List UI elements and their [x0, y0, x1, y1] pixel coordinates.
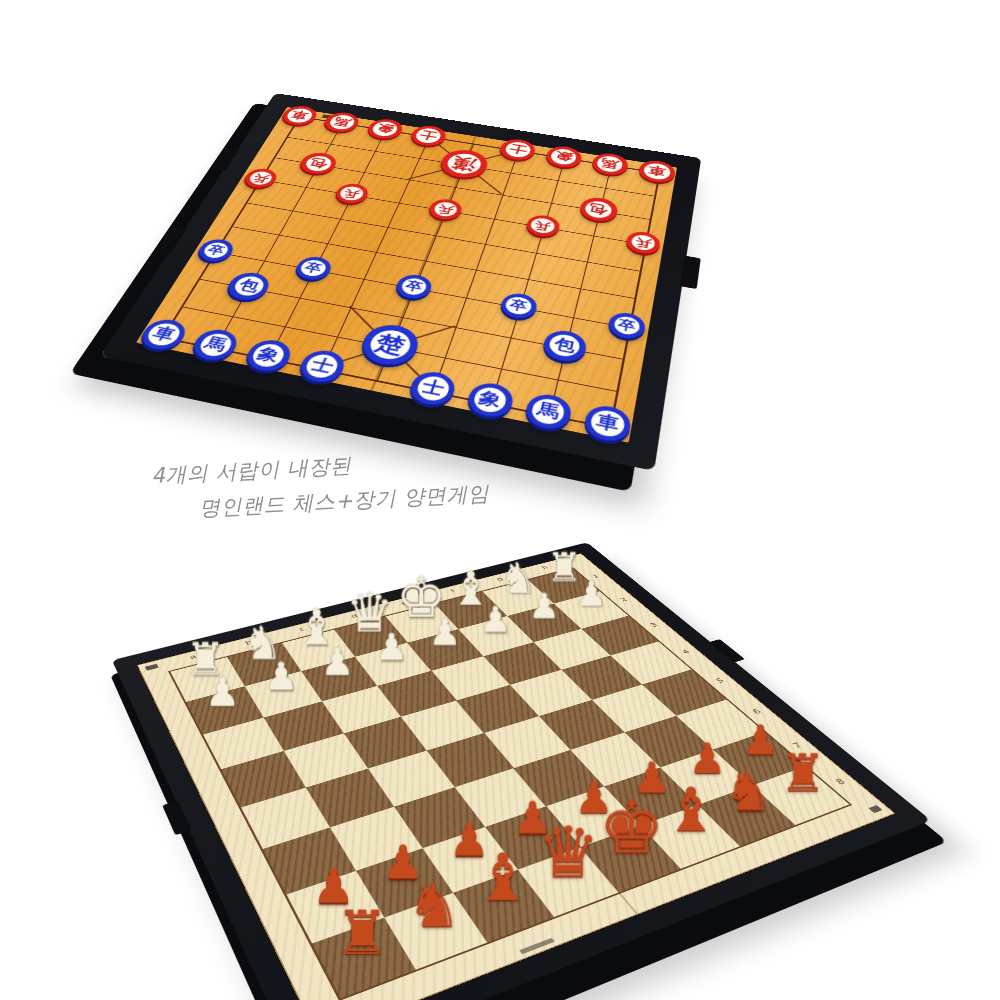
janggi-piece-face: 兵: [337, 185, 365, 202]
chess-piece-red-p: ♟: [742, 719, 779, 760]
janggi-piece-face: 卒: [504, 295, 534, 316]
chess-piece-red-k: ♚: [599, 791, 665, 864]
janggi-piece-face: 士: [303, 352, 342, 380]
janggi-piece-rP: 兵: [524, 213, 562, 238]
janggi-piece-glyph: 兵: [251, 173, 270, 184]
janggi-piece-glyph: 車: [647, 165, 667, 178]
janggi-piece-glyph: 馬: [202, 336, 230, 354]
janggi-piece-face: 馬: [530, 397, 567, 427]
janggi-piece-face: 象: [471, 385, 509, 414]
janggi-piece-face: 卒: [399, 276, 429, 297]
janggi-piece-face: 車: [144, 321, 184, 347]
janggi-piece-face: 包: [302, 154, 334, 172]
janggi-piece-bC: 包: [540, 327, 588, 364]
janggi-piece-face: 包: [230, 274, 267, 298]
janggi-piece-bK: 楚: [356, 321, 424, 369]
janggi-piece-face: 卒: [298, 258, 329, 278]
janggi-piece-glyph: 士: [420, 378, 447, 398]
janggi-piece-glyph: 士: [309, 357, 336, 376]
chess-piece-white-p: ♟: [264, 657, 298, 695]
chess-piece-red-r: ♜: [780, 747, 826, 798]
janggi-piece-glyph: 象: [553, 150, 573, 163]
janggi-piece-bC: 包: [223, 270, 275, 303]
chess-case-tab: [162, 800, 192, 835]
janggi-piece-face: 馬: [196, 332, 236, 358]
janggi-piece-face: 包: [547, 332, 582, 359]
chess-brand-logo: [145, 664, 159, 671]
janggi-piece-face: 卒: [612, 314, 641, 336]
janggi-piece-glyph: 漢: [450, 155, 479, 173]
janggi-piece-face: 兵: [630, 233, 657, 252]
janggi-piece-glyph: 車: [289, 110, 310, 122]
chess-corner-logo: [868, 805, 882, 813]
janggi-piece-glyph: 包: [307, 157, 329, 170]
janggi-piece-face: 卒: [200, 241, 232, 260]
chess-case-tab: [709, 639, 745, 663]
janggi-piece-face: 士: [414, 374, 452, 403]
chess-piece-white-p: ♟: [376, 628, 409, 665]
janggi-piece-glyph: 包: [553, 336, 577, 354]
janggi-piece-glyph: 士: [508, 143, 528, 155]
chess-board-scene: abcdefgh 12345678 ♜♞♝♛♚♝♞♜♟♟♟♟♟♟♟♟♟♟♟♟♟♟…: [204, 453, 764, 1000]
chess-piece-white-p: ♟: [529, 589, 560, 624]
janggi-piece-face: 漢: [444, 151, 484, 175]
janggi-board-scene: 車馬象士士象馬車漢包包兵兵兵兵兵卒卒卒卒卒包包楚車馬象士士象馬車: [205, 50, 655, 445]
janggi-piece-face: 兵: [432, 200, 460, 218]
janggi-piece-rC: 包: [296, 151, 340, 177]
janggi-piece-glyph: 車: [150, 325, 178, 343]
janggi-piece-bP: 卒: [194, 237, 238, 264]
janggi-piece-rP: 兵: [426, 197, 465, 222]
janggi-piece-face: 車: [643, 162, 671, 181]
chess-piece-red-n: ♞: [724, 764, 773, 819]
janggi-piece-face: 士: [414, 127, 444, 144]
janggi-piece-bP: 卒: [393, 272, 435, 301]
janggi-piece-glyph: 車: [595, 413, 621, 434]
janggi-piece-glyph: 兵: [436, 203, 455, 215]
janggi-piece-face: 馬: [327, 114, 357, 131]
chess-piece-red-b: ♝: [474, 846, 532, 911]
chess-piece-red-b: ♝: [664, 780, 718, 841]
janggi-piece-face: 車: [284, 107, 315, 124]
janggi-piece-face: 包: [583, 199, 613, 219]
chess-piece-white-p: ♟: [205, 673, 240, 712]
chess-piece-red-p: ♟: [689, 737, 727, 779]
janggi-piece-glyph: 兵: [634, 236, 652, 249]
janggi-piece-glyph: 卒: [205, 244, 226, 257]
janggi-piece-glyph: 兵: [342, 188, 361, 200]
janggi-piece-face: 象: [549, 148, 578, 166]
chess-piece-white-p: ♟: [428, 615, 460, 651]
chess-plane: abcdefgh 12345678 ♜♞♝♛♚♝♞♜♟♟♟♟♟♟♟♟♟♟♟♟♟♟…: [137, 553, 896, 1000]
janggi-piece-glyph: 象: [374, 123, 395, 135]
janggi-piece-rP: 兵: [625, 230, 662, 256]
janggi-piece-glyph: 象: [255, 346, 282, 365]
janggi-piece-rC: 包: [578, 195, 620, 223]
janggi-piece-glyph: 包: [588, 202, 609, 216]
janggi-piece-face: 象: [370, 120, 400, 137]
janggi-piece-face: 楚: [366, 328, 415, 363]
chess-piece-white-p: ♟: [479, 601, 511, 636]
janggi-piece-bP: 卒: [292, 254, 335, 282]
chess-piece-red-n: ♞: [407, 875, 462, 937]
janggi-piece-glyph: 馬: [600, 158, 620, 171]
janggi-piece-face: 車: [589, 408, 626, 438]
janggi-piece-glyph: 卒: [617, 318, 637, 333]
janggi-case-tab: [155, 226, 187, 255]
janggi-piece-face: 象: [249, 342, 288, 369]
janggi-case-tab: [680, 256, 701, 289]
janggi-piece-rP: 兵: [332, 182, 371, 206]
janggi-piece-glyph: 馬: [331, 116, 352, 128]
janggi-piece-bP: 卒: [498, 291, 539, 321]
chess-piece-red-q: ♛: [537, 817, 600, 887]
janggi-board: 車馬象士士象馬車漢包包兵兵兵兵兵卒卒卒卒卒包包楚車馬象士士象馬車: [136, 107, 677, 443]
janggi-piece-glyph: 卒: [404, 280, 424, 294]
janggi-piece-glyph: 象: [477, 390, 503, 410]
janggi-piece-glyph: 包: [236, 278, 262, 294]
janggi-piece-glyph: 兵: [534, 219, 552, 231]
janggi-piece-glyph: 楚: [372, 332, 407, 357]
chess-piece-white-p: ♟: [321, 643, 355, 680]
janggi-piece-face: 馬: [596, 155, 625, 173]
janggi-piece-glyph: 卒: [303, 261, 324, 274]
janggi-piece-rK: 漢: [436, 147, 491, 181]
janggi-piece-bP: 卒: [607, 310, 647, 341]
janggi-piece-glyph: 卒: [508, 298, 528, 312]
chess-piece-red-r: ♜: [335, 902, 389, 963]
janggi-piece-rP: 兵: [241, 167, 281, 190]
janggi-case-tab: [211, 147, 239, 171]
janggi-piece-face: 兵: [246, 170, 275, 187]
janggi-plane: 車馬象士士象馬車漢包包兵兵兵兵兵卒卒卒卒卒包包楚車馬象士士象馬車: [136, 107, 677, 443]
janggi-piece-face: 兵: [529, 217, 556, 235]
janggi-piece-glyph: 馬: [535, 401, 561, 422]
chess-piece-white-p: ♟: [576, 576, 607, 610]
janggi-piece-face: 士: [503, 141, 532, 159]
janggi-piece-glyph: 士: [418, 130, 439, 142]
chess-pieces-layer: ♜♞♝♛♚♝♞♜♟♟♟♟♟♟♟♟♟♟♟♟♟♟♟♟♜♞♝♛♚♝♞♜: [168, 567, 853, 1000]
